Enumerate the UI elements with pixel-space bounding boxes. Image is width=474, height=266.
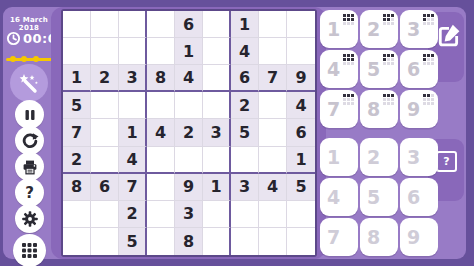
- cell-r4c6[interactable]: [203, 92, 231, 119]
- cell-r7c3[interactable]: 7: [119, 174, 147, 201]
- slider-dot[interactable]: [10, 56, 16, 62]
- printer-icon: [22, 159, 38, 175]
- cell-r8c7[interactable]: [231, 201, 259, 228]
- digit-button-1[interactable]: 1: [320, 138, 358, 176]
- cell-r9c1[interactable]: [63, 228, 91, 255]
- cell-r7c4[interactable]: [147, 174, 175, 201]
- restart-button[interactable]: [15, 126, 44, 155]
- digit-label: 5: [367, 188, 380, 207]
- cell-r6c8[interactable]: [259, 147, 287, 174]
- digit-label: 6: [407, 188, 420, 207]
- cell-r1c6[interactable]: [203, 11, 231, 38]
- count-matrix: [343, 14, 354, 25]
- digit-button-9[interactable]: 9: [400, 90, 438, 128]
- progress-slider[interactable]: [6, 55, 53, 64]
- help-button[interactable]: ?: [15, 178, 44, 207]
- digit-button-6[interactable]: 6: [400, 178, 438, 216]
- slider-dot[interactable]: [33, 56, 39, 62]
- cell-r2c5[interactable]: 1: [175, 38, 203, 65]
- count-matrix: [423, 54, 434, 65]
- cell-r7c2[interactable]: 6: [91, 174, 119, 201]
- cell-r2c2[interactable]: [91, 38, 119, 65]
- cell-r6c9[interactable]: 1: [287, 147, 315, 174]
- count-matrix: [343, 94, 354, 105]
- cell-r3c4[interactable]: 8: [147, 65, 175, 92]
- digit-label: 7: [327, 228, 340, 247]
- digit-button-6[interactable]: 6: [400, 50, 438, 88]
- cell-r5c5[interactable]: 2: [175, 119, 203, 146]
- grid-dots-icon: [21, 242, 38, 259]
- cell-r8c2[interactable]: [91, 201, 119, 228]
- settings-button[interactable]: [15, 204, 44, 233]
- cell-r3c1[interactable]: 1: [63, 65, 91, 92]
- cell-r8c9[interactable]: [287, 201, 315, 228]
- cell-r8c1[interactable]: [63, 201, 91, 228]
- cell-r2c1[interactable]: [63, 38, 91, 65]
- cell-r6c5[interactable]: [175, 147, 203, 174]
- restart-icon: [21, 132, 39, 150]
- sidebar: 16 March 2018 00:01: [3, 7, 53, 259]
- cell-r6c6[interactable]: [203, 147, 231, 174]
- magic-wand-icon: [17, 71, 41, 95]
- cell-r6c3[interactable]: 4: [119, 147, 147, 174]
- cell-r4c4[interactable]: [147, 92, 175, 119]
- cell-r8c8[interactable]: [259, 201, 287, 228]
- games-menu-button[interactable]: [13, 234, 46, 266]
- digit-label: 4: [327, 188, 340, 207]
- cell-r7c1[interactable]: 8: [63, 174, 91, 201]
- cell-r3c8[interactable]: 7: [259, 65, 287, 92]
- cell-r4c2[interactable]: [91, 92, 119, 119]
- cell-r3c3[interactable]: 3: [119, 65, 147, 92]
- cell-r1c3[interactable]: [119, 11, 147, 38]
- pause-icon: [23, 108, 37, 122]
- digit-label: 3: [407, 20, 420, 39]
- print-button[interactable]: [15, 152, 44, 181]
- digit-button-4[interactable]: 4: [320, 178, 358, 216]
- cell-r1c4[interactable]: [147, 11, 175, 38]
- date-label: 16 March 2018: [3, 16, 55, 32]
- cell-r2c3[interactable]: [119, 38, 147, 65]
- cell-r4c8[interactable]: [259, 92, 287, 119]
- digit-button-2[interactable]: 2: [360, 10, 398, 48]
- digit-label: 2: [367, 20, 380, 39]
- cell-r2c9[interactable]: [287, 38, 315, 65]
- digit-button-3[interactable]: 3: [400, 138, 438, 176]
- cell-r7c8[interactable]: 4: [259, 174, 287, 201]
- digit-label: 4: [327, 60, 340, 79]
- cell-r1c2[interactable]: [91, 11, 119, 38]
- numpad-main: 123456789: [320, 10, 438, 128]
- clock-icon: [6, 31, 21, 46]
- digit-label: 3: [407, 148, 420, 167]
- cell-r2c8[interactable]: [259, 38, 287, 65]
- cell-r3c7[interactable]: 6: [231, 65, 259, 92]
- cell-r3c6[interactable]: [203, 65, 231, 92]
- cell-r9c4[interactable]: [147, 228, 175, 255]
- cell-r8c3[interactable]: 2: [119, 201, 147, 228]
- digit-button-3[interactable]: 3: [400, 10, 438, 48]
- cell-r5c3[interactable]: 1: [119, 119, 147, 146]
- cell-r5c4[interactable]: 4: [147, 119, 175, 146]
- digit-label: 8: [367, 100, 380, 119]
- cell-r6c4[interactable]: [147, 147, 175, 174]
- cell-r4c7[interactable]: 2: [231, 92, 259, 119]
- cell-r2c4[interactable]: [147, 38, 175, 65]
- cell-r1c1[interactable]: [63, 11, 91, 38]
- numpad-secondary: 123456789: [320, 138, 438, 256]
- cell-r8c6[interactable]: [203, 201, 231, 228]
- cell-r5c8[interactable]: [259, 119, 287, 146]
- digit-label: 9: [407, 228, 420, 247]
- cell-r5c9[interactable]: 6: [287, 119, 315, 146]
- count-matrix: [383, 14, 394, 25]
- cell-r3c9[interactable]: 9: [287, 65, 315, 92]
- digit-button-9[interactable]: 9: [400, 218, 438, 256]
- cell-r9c2[interactable]: [91, 228, 119, 255]
- digit-button-5[interactable]: 5: [360, 178, 398, 216]
- pause-button[interactable]: [15, 100, 44, 129]
- count-matrix: [423, 94, 434, 105]
- cell-r1c9[interactable]: [287, 11, 315, 38]
- hint-wand-button[interactable]: [10, 64, 48, 102]
- digit-button-2[interactable]: 2: [360, 138, 398, 176]
- cell-r5c2[interactable]: [91, 119, 119, 146]
- cell-r7c7[interactable]: 3: [231, 174, 259, 201]
- digit-label: 2: [367, 148, 380, 167]
- cell-r6c2[interactable]: [91, 147, 119, 174]
- cell-r5c6[interactable]: 3: [203, 119, 231, 146]
- cell-r1c5[interactable]: 6: [175, 11, 203, 38]
- cell-r9c5[interactable]: 8: [175, 228, 203, 255]
- cell-r3c5[interactable]: 4: [175, 65, 203, 92]
- digit-button-5[interactable]: 5: [360, 50, 398, 88]
- slider-dot[interactable]: [21, 56, 27, 62]
- digit-label: 1: [327, 148, 340, 167]
- cell-r1c8[interactable]: [259, 11, 287, 38]
- cell-r3c2[interactable]: 2: [91, 65, 119, 92]
- cell-r6c1[interactable]: 2: [63, 147, 91, 174]
- digit-button-7[interactable]: 7: [320, 218, 358, 256]
- digit-button-4[interactable]: 4: [320, 50, 358, 88]
- sudoku-grid: 6114123846795247142356241867913452358: [61, 9, 317, 257]
- cell-r2c7[interactable]: 4: [231, 38, 259, 65]
- digit-label: 1: [327, 20, 340, 39]
- pencil-icon: [437, 23, 461, 47]
- digit-label: 8: [367, 228, 380, 247]
- cell-r4c3[interactable]: [119, 92, 147, 119]
- digit-button-8[interactable]: 8: [360, 90, 398, 128]
- digit-button-1[interactable]: 1: [320, 10, 358, 48]
- cell-r4c5[interactable]: [175, 92, 203, 119]
- count-matrix: [343, 54, 354, 65]
- cell-r8c5[interactable]: 3: [175, 201, 203, 228]
- cell-r8c4[interactable]: [147, 201, 175, 228]
- question-icon: ?: [25, 184, 34, 202]
- digit-label: 5: [367, 60, 380, 79]
- cell-r4c9[interactable]: 4: [287, 92, 315, 119]
- digit-label: 9: [407, 100, 420, 119]
- cell-r9c8[interactable]: [259, 228, 287, 255]
- cell-r4c1[interactable]: 5: [63, 92, 91, 119]
- count-matrix: [383, 54, 394, 65]
- gear-icon: [21, 210, 39, 228]
- digit-label: 6: [407, 60, 420, 79]
- cell-r5c7[interactable]: 5: [231, 119, 259, 146]
- cell-r7c9[interactable]: 5: [287, 174, 315, 201]
- cell-r9c9[interactable]: [287, 228, 315, 255]
- digit-button-7[interactable]: 7: [320, 90, 358, 128]
- cell-r2c6[interactable]: [203, 38, 231, 65]
- cell-r7c5[interactable]: 9: [175, 174, 203, 201]
- count-matrix: [383, 94, 394, 105]
- count-matrix: [423, 14, 434, 25]
- cell-r7c6[interactable]: 1: [203, 174, 231, 201]
- cell-r1c7[interactable]: 1: [231, 11, 259, 38]
- digit-label: 7: [327, 100, 340, 119]
- cell-r9c7[interactable]: [231, 228, 259, 255]
- cell-r9c3[interactable]: 5: [119, 228, 147, 255]
- digit-button-8[interactable]: 8: [360, 218, 398, 256]
- cell-r9c6[interactable]: [203, 228, 231, 255]
- question-box-icon: ?: [436, 151, 457, 172]
- cell-r5c1[interactable]: 7: [63, 119, 91, 146]
- cell-r6c7[interactable]: [231, 147, 259, 174]
